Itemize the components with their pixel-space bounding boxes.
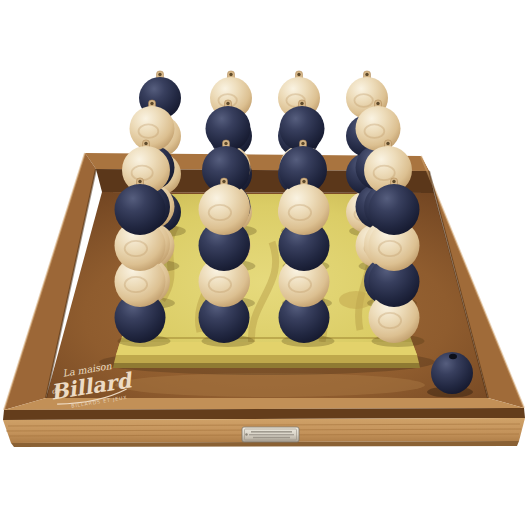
peg-hole <box>158 73 161 76</box>
peg-hole <box>386 142 389 145</box>
plaque-screw <box>245 433 247 435</box>
plate-front-edge <box>114 355 419 363</box>
plaque-engraving-line <box>249 434 294 435</box>
light-ball <box>356 106 401 151</box>
plaque-engraving-line <box>253 437 290 438</box>
peg-hole <box>138 180 141 183</box>
light-ball <box>279 184 330 235</box>
peg-hole <box>302 180 305 183</box>
peg-hole <box>222 180 225 183</box>
peg-hole <box>300 102 303 105</box>
peg-hole <box>392 180 395 183</box>
plaque-engraving-line <box>251 431 292 433</box>
brass-plaque <box>242 427 299 442</box>
peg-hole <box>144 142 147 145</box>
peg-hole <box>226 102 229 105</box>
dark-ball <box>115 184 166 235</box>
peg-hole <box>224 142 227 145</box>
floor-light-streak <box>115 373 425 397</box>
peg-hole <box>297 73 300 76</box>
game-scene: La maison du Billard BILLARDS ET JEUX <box>0 0 527 527</box>
light-ball <box>130 106 175 151</box>
plate-edge-shadow <box>113 363 420 368</box>
peg-hole <box>376 102 379 105</box>
loose-ball-hole <box>449 354 457 360</box>
light-ball <box>199 184 250 235</box>
peg-hole <box>301 142 304 145</box>
peg-hole <box>229 73 232 76</box>
tray-front-groove <box>3 408 525 420</box>
dark-ball <box>369 184 420 235</box>
peg-hole <box>150 102 153 105</box>
peg-hole <box>365 73 368 76</box>
product-photo: La maison du Billard BILLARDS ET JEUX <box>0 0 527 527</box>
